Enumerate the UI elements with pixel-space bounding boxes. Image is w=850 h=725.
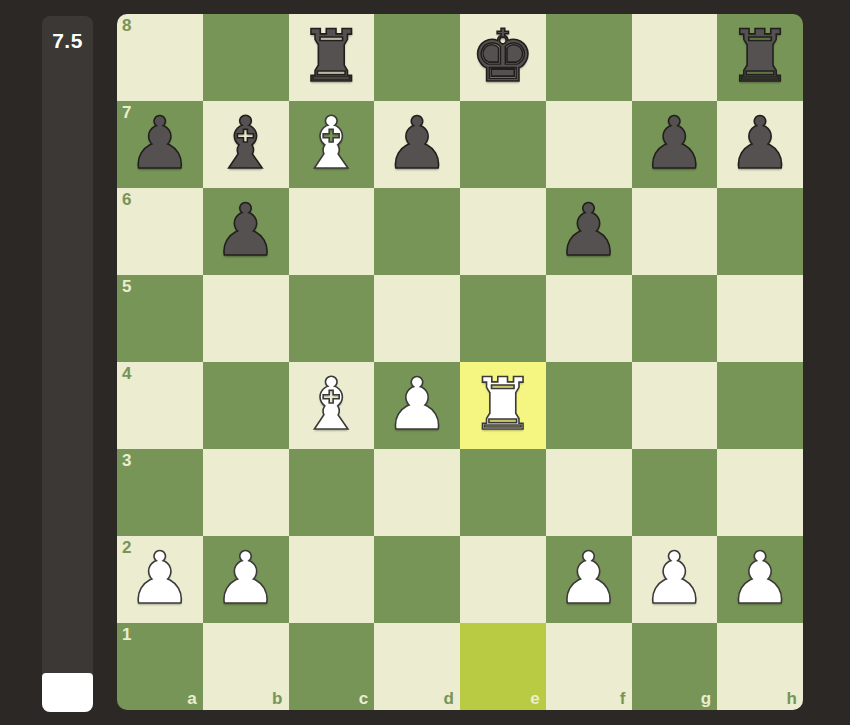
square-e1[interactable]: e <box>460 623 546 710</box>
square-e5[interactable] <box>460 275 546 362</box>
piece-black-rook[interactable]: ♜ <box>728 20 793 92</box>
square-a7[interactable]: 7♟ <box>117 101 203 188</box>
square-h7[interactable]: ♟ <box>717 101 803 188</box>
square-f1[interactable]: f <box>546 623 632 710</box>
square-h1[interactable]: h <box>717 623 803 710</box>
rank-label-8: 8 <box>122 17 131 34</box>
piece-white-pawn[interactable]: ♟ <box>556 542 621 614</box>
square-h6[interactable] <box>717 188 803 275</box>
piece-black-bishop[interactable]: ♝ <box>213 107 278 179</box>
square-c1[interactable]: c <box>289 623 375 710</box>
square-b7[interactable]: ♝ <box>203 101 289 188</box>
file-label-f: f <box>620 690 626 707</box>
square-g8[interactable] <box>632 14 718 101</box>
piece-white-pawn[interactable]: ♟ <box>128 542 193 614</box>
square-b4[interactable] <box>203 362 289 449</box>
piece-white-bishop[interactable]: ♝ <box>299 368 364 440</box>
piece-black-pawn[interactable]: ♟ <box>385 107 450 179</box>
piece-black-pawn[interactable]: ♟ <box>556 194 621 266</box>
square-d5[interactable] <box>374 275 460 362</box>
chess-board[interactable]: 8♜♚♜7♟♝♝♟♟♟6♟♟54♝♟♜32♟♟♟♟♟1abcdefgh <box>117 14 803 710</box>
piece-black-rook[interactable]: ♜ <box>299 20 364 92</box>
piece-white-bishop[interactable]: ♝ <box>299 107 364 179</box>
square-f7[interactable] <box>546 101 632 188</box>
square-e3[interactable] <box>460 449 546 536</box>
piece-black-pawn[interactable]: ♟ <box>728 107 793 179</box>
square-b5[interactable] <box>203 275 289 362</box>
square-d8[interactable] <box>374 14 460 101</box>
square-h8[interactable]: ♜ <box>717 14 803 101</box>
piece-black-pawn[interactable]: ♟ <box>642 107 707 179</box>
file-label-c: c <box>359 690 368 707</box>
square-e7[interactable] <box>460 101 546 188</box>
square-h5[interactable] <box>717 275 803 362</box>
square-d3[interactable] <box>374 449 460 536</box>
piece-black-pawn[interactable]: ♟ <box>128 107 193 179</box>
square-e2[interactable] <box>460 536 546 623</box>
square-c6[interactable] <box>289 188 375 275</box>
square-d1[interactable]: d <box>374 623 460 710</box>
file-label-d: d <box>444 690 454 707</box>
square-e4[interactable]: ♜ <box>460 362 546 449</box>
square-g1[interactable]: g <box>632 623 718 710</box>
square-g6[interactable] <box>632 188 718 275</box>
square-f6[interactable]: ♟ <box>546 188 632 275</box>
square-g4[interactable] <box>632 362 718 449</box>
square-e8[interactable]: ♚ <box>460 14 546 101</box>
square-d2[interactable] <box>374 536 460 623</box>
square-f3[interactable] <box>546 449 632 536</box>
rank-label-1: 1 <box>122 626 131 643</box>
square-a4[interactable]: 4 <box>117 362 203 449</box>
file-label-b: b <box>272 690 282 707</box>
square-a8[interactable]: 8 <box>117 14 203 101</box>
piece-black-pawn[interactable]: ♟ <box>213 194 278 266</box>
piece-white-pawn[interactable]: ♟ <box>728 542 793 614</box>
square-g2[interactable]: ♟ <box>632 536 718 623</box>
square-c3[interactable] <box>289 449 375 536</box>
square-h3[interactable] <box>717 449 803 536</box>
square-d7[interactable]: ♟ <box>374 101 460 188</box>
square-a5[interactable]: 5 <box>117 275 203 362</box>
square-c2[interactable] <box>289 536 375 623</box>
piece-white-pawn[interactable]: ♟ <box>213 542 278 614</box>
square-e6[interactable] <box>460 188 546 275</box>
square-a6[interactable]: 6 <box>117 188 203 275</box>
square-a2[interactable]: 2♟ <box>117 536 203 623</box>
eval-bar: 7.5 <box>42 16 93 712</box>
rank-label-5: 5 <box>122 278 131 295</box>
square-c8[interactable]: ♜ <box>289 14 375 101</box>
square-b1[interactable]: b <box>203 623 289 710</box>
square-h4[interactable] <box>717 362 803 449</box>
square-f4[interactable] <box>546 362 632 449</box>
file-label-h: h <box>787 690 797 707</box>
rank-label-3: 3 <box>122 452 131 469</box>
square-a3[interactable]: 3 <box>117 449 203 536</box>
square-a1[interactable]: 1a <box>117 623 203 710</box>
eval-bar-white-fill <box>42 673 93 712</box>
square-f8[interactable] <box>546 14 632 101</box>
square-f2[interactable]: ♟ <box>546 536 632 623</box>
eval-score: 7.5 <box>42 16 93 53</box>
square-c7[interactable]: ♝ <box>289 101 375 188</box>
square-b2[interactable]: ♟ <box>203 536 289 623</box>
square-d6[interactable] <box>374 188 460 275</box>
piece-white-rook[interactable]: ♜ <box>471 368 536 440</box>
file-label-a: a <box>187 690 196 707</box>
square-g3[interactable] <box>632 449 718 536</box>
square-b6[interactable]: ♟ <box>203 188 289 275</box>
square-f5[interactable] <box>546 275 632 362</box>
square-g5[interactable] <box>632 275 718 362</box>
rank-label-4: 4 <box>122 365 131 382</box>
piece-white-pawn[interactable]: ♟ <box>642 542 707 614</box>
square-b8[interactable] <box>203 14 289 101</box>
square-c4[interactable]: ♝ <box>289 362 375 449</box>
file-label-e: e <box>530 690 539 707</box>
square-b3[interactable] <box>203 449 289 536</box>
piece-black-king[interactable]: ♚ <box>471 20 536 92</box>
app-background: 7.5 8♜♚♜7♟♝♝♟♟♟6♟♟54♝♟♜32♟♟♟♟♟1abcdefgh <box>0 0 850 725</box>
rank-label-6: 6 <box>122 191 131 208</box>
square-d4[interactable]: ♟ <box>374 362 460 449</box>
file-label-g: g <box>701 690 711 707</box>
piece-white-pawn[interactable]: ♟ <box>385 368 450 440</box>
square-g7[interactable]: ♟ <box>632 101 718 188</box>
square-c5[interactable] <box>289 275 375 362</box>
square-h2[interactable]: ♟ <box>717 536 803 623</box>
